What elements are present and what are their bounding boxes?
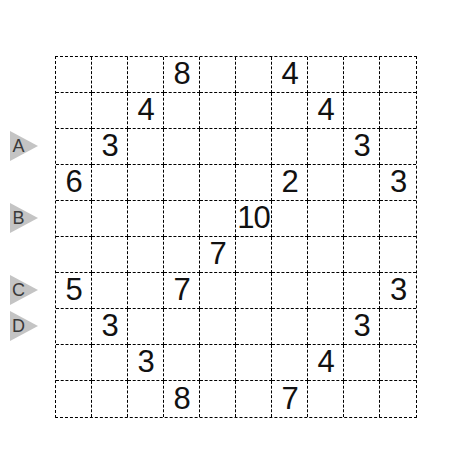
grid-cell-r4c3[interactable] <box>128 165 164 201</box>
grid-cell-r8c8[interactable] <box>308 309 344 345</box>
grid-cell-r7c6[interactable] <box>236 273 272 309</box>
grid-cell-r6c9[interactable] <box>344 237 380 273</box>
row-marker-label: C <box>10 275 27 305</box>
grid-cell-r8c9[interactable]: 3 <box>344 309 380 345</box>
grid-cell-r6c4[interactable] <box>164 237 200 273</box>
grid-cell-r10c2[interactable] <box>92 381 128 417</box>
grid-cell-r1c8[interactable] <box>308 57 344 93</box>
clue-number: 5 <box>65 274 81 305</box>
clue-number: 3 <box>353 310 369 341</box>
grid-cell-r4c6[interactable] <box>236 165 272 201</box>
grid-cell-r1c3[interactable] <box>128 57 164 93</box>
grid-cell-r2c8[interactable]: 4 <box>308 93 344 129</box>
grid-cell-r5c10[interactable] <box>380 201 416 237</box>
grid-cell-r7c9[interactable] <box>344 273 380 309</box>
grid-cell-r4c7[interactable]: 2 <box>272 165 308 201</box>
grid-cell-r10c3[interactable] <box>128 381 164 417</box>
grid-cell-r3c6[interactable] <box>236 129 272 165</box>
grid-cell-r4c10[interactable]: 3 <box>380 165 416 201</box>
grid-cell-r1c6[interactable] <box>236 57 272 93</box>
grid-cell-r8c7[interactable] <box>272 309 308 345</box>
clue-number: 3 <box>353 130 369 161</box>
grid-cell-r7c10[interactable]: 3 <box>380 273 416 309</box>
grid-cell-r7c5[interactable] <box>200 273 236 309</box>
grid-cell-r5c9[interactable] <box>344 201 380 237</box>
grid-cell-r6c8[interactable] <box>308 237 344 273</box>
grid-cell-r2c4[interactable] <box>164 93 200 129</box>
clue-number: 4 <box>281 58 297 89</box>
grid-cell-r4c2[interactable] <box>92 165 128 201</box>
grid-cell-r5c8[interactable] <box>308 201 344 237</box>
grid-cell-r6c7[interactable] <box>272 237 308 273</box>
grid-cell-r3c2[interactable]: 3 <box>92 129 128 165</box>
grid-cell-r5c4[interactable] <box>164 201 200 237</box>
row-marker-C: C <box>10 275 38 305</box>
grid-cell-r1c10[interactable] <box>380 57 416 93</box>
grid-cell-r10c5[interactable] <box>200 381 236 417</box>
grid-cell-r3c7[interactable] <box>272 129 308 165</box>
grid-cell-r5c1[interactable] <box>56 201 92 237</box>
grid-cell-r9c10[interactable] <box>380 345 416 381</box>
clue-number: 7 <box>209 238 225 269</box>
row-marker-B: B <box>10 203 38 233</box>
grid-cell-r6c3[interactable] <box>128 237 164 273</box>
grid-cell-r9c3[interactable]: 3 <box>128 345 164 381</box>
puzzle-board: 844433623107573333487 <box>55 56 417 418</box>
grid-cell-r2c10[interactable] <box>380 93 416 129</box>
grid-cell-r9c5[interactable] <box>200 345 236 381</box>
grid-cell-r5c2[interactable] <box>92 201 128 237</box>
grid-cell-r2c2[interactable] <box>92 93 128 129</box>
clue-number: 3 <box>101 130 117 161</box>
grid-cell-r3c8[interactable] <box>308 129 344 165</box>
grid-cell-r9c8[interactable]: 4 <box>308 345 344 381</box>
grid-cell-r3c1[interactable] <box>56 129 92 165</box>
row-marker-label: A <box>10 131 27 161</box>
clue-number: 3 <box>390 166 406 197</box>
grid-cell-r1c1[interactable] <box>56 57 92 93</box>
grid-cell-r2c1[interactable] <box>56 93 92 129</box>
row-marker-D: D <box>10 311 38 341</box>
grid-cell-r8c5[interactable] <box>200 309 236 345</box>
row-marker-A: A <box>10 131 38 161</box>
clue-number: 8 <box>173 383 189 414</box>
grid-cell-r8c3[interactable] <box>128 309 164 345</box>
grid-cell-r2c6[interactable] <box>236 93 272 129</box>
grid-cell-r5c7[interactable] <box>272 201 308 237</box>
grid-cell-r8c2[interactable]: 3 <box>92 309 128 345</box>
grid-cell-r4c9[interactable] <box>344 165 380 201</box>
clue-number: 7 <box>281 383 297 414</box>
grid-cell-r6c5[interactable]: 7 <box>200 237 236 273</box>
grid-cell-r2c9[interactable] <box>344 93 380 129</box>
row-marker-label: D <box>10 311 27 341</box>
grid-cell-r9c2[interactable] <box>92 345 128 381</box>
grid-cell-r9c6[interactable] <box>236 345 272 381</box>
grid-cell-r6c10[interactable] <box>380 237 416 273</box>
grid-cell-r2c7[interactable] <box>272 93 308 129</box>
grid-cell-r4c5[interactable] <box>200 165 236 201</box>
grid-cell-r5c5[interactable] <box>200 201 236 237</box>
grid-cell-r3c9[interactable]: 3 <box>344 129 380 165</box>
grid-cell-r1c4[interactable]: 8 <box>164 57 200 93</box>
grid-cell-r1c7[interactable]: 4 <box>272 57 308 93</box>
grid-cell-r10c10[interactable] <box>380 381 416 417</box>
grid-cell-r6c2[interactable] <box>92 237 128 273</box>
grid-cell-r10c9[interactable] <box>344 381 380 417</box>
grid-cell-r9c9[interactable] <box>344 345 380 381</box>
grid-cell-r8c4[interactable] <box>164 309 200 345</box>
grid-cell-r1c5[interactable] <box>200 57 236 93</box>
grid-cell-r3c4[interactable] <box>164 129 200 165</box>
grid-cell-r7c7[interactable] <box>272 273 308 309</box>
grid-cell-r1c9[interactable] <box>344 57 380 93</box>
grid-cell-r3c3[interactable] <box>128 129 164 165</box>
grid-cell-r10c4[interactable]: 8 <box>164 381 200 417</box>
grid-cell-r7c4[interactable]: 7 <box>164 273 200 309</box>
clue-number: 7 <box>173 274 189 305</box>
grid-cell-r9c1[interactable] <box>56 345 92 381</box>
row-marker-label: B <box>10 203 27 233</box>
grid-cell-r7c3[interactable] <box>128 273 164 309</box>
grid-cell-r10c6[interactable] <box>236 381 272 417</box>
grid-cell-r7c1[interactable]: 5 <box>56 273 92 309</box>
clue-number: 4 <box>317 94 333 125</box>
grid-cell-r8c1[interactable] <box>56 309 92 345</box>
clue-number: 6 <box>65 166 81 197</box>
grid-cell-r1c2[interactable] <box>92 57 128 93</box>
grid-cell-r10c1[interactable] <box>56 381 92 417</box>
grid-cell-r10c8[interactable] <box>308 381 344 417</box>
grid-cell-r6c6[interactable] <box>236 237 272 273</box>
grid-cell-r3c10[interactable] <box>380 129 416 165</box>
grid-cell-r9c4[interactable] <box>164 345 200 381</box>
grid-cell-r8c6[interactable] <box>236 309 272 345</box>
clue-number: 2 <box>281 166 297 197</box>
grid-cell-r7c8[interactable] <box>308 273 344 309</box>
grid-cell-r3c5[interactable] <box>200 129 236 165</box>
grid-cell-r2c3[interactable]: 4 <box>128 93 164 129</box>
clue-number: 4 <box>137 94 153 125</box>
grid-cell-r10c7[interactable]: 7 <box>272 381 308 417</box>
grid-cell-r4c4[interactable] <box>164 165 200 201</box>
grid-cell-r2c5[interactable] <box>200 93 236 129</box>
clue-number: 10 <box>237 202 269 233</box>
grid-cell-r4c1[interactable]: 6 <box>56 165 92 201</box>
clue-number: 3 <box>390 274 406 305</box>
clue-number: 8 <box>173 58 189 89</box>
grid-cell-r5c6[interactable]: 10 <box>236 201 272 237</box>
grid-cell-r4c8[interactable] <box>308 165 344 201</box>
clue-number: 3 <box>101 310 117 341</box>
grid-cell-r6c1[interactable] <box>56 237 92 273</box>
grid-cell-r7c2[interactable] <box>92 273 128 309</box>
grid-cell-r5c3[interactable] <box>128 201 164 237</box>
grid-cell-r9c7[interactable] <box>272 345 308 381</box>
grid-cell-r8c10[interactable] <box>380 309 416 345</box>
clue-number: 4 <box>317 346 333 377</box>
clue-number: 3 <box>137 346 153 377</box>
